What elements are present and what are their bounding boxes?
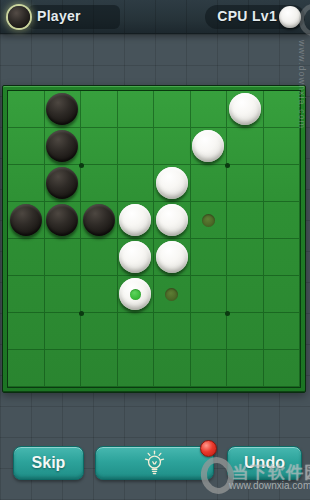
board-cell[interactable] — [264, 239, 301, 276]
white-disc — [119, 278, 151, 310]
board-cell[interactable] — [191, 202, 228, 239]
star-point — [225, 311, 230, 316]
board-cell[interactable] — [81, 276, 118, 313]
board-cell[interactable] — [264, 165, 301, 202]
star-point — [79, 163, 84, 168]
board-cell[interactable] — [8, 128, 45, 165]
board-cell[interactable] — [8, 239, 45, 276]
skip-button[interactable]: Skip — [13, 446, 84, 480]
black-disc — [46, 130, 78, 162]
board-cell[interactable] — [154, 276, 191, 313]
board-cell[interactable] — [118, 202, 155, 239]
black-disc — [10, 204, 42, 236]
player-label: Player — [37, 8, 81, 24]
board-cell[interactable] — [81, 202, 118, 239]
board-cell[interactable] — [154, 239, 191, 276]
board-cell[interactable] — [118, 128, 155, 165]
board-cell[interactable] — [118, 239, 155, 276]
black-disc — [46, 167, 78, 199]
last-move-marker — [130, 289, 141, 300]
board-cell[interactable] — [118, 350, 155, 387]
board-cell[interactable] — [81, 350, 118, 387]
white-disc — [156, 241, 188, 273]
board-cell[interactable] — [154, 313, 191, 350]
board-cell[interactable] — [227, 91, 264, 128]
board-cell[interactable] — [45, 128, 82, 165]
hint-button[interactable] — [95, 446, 214, 480]
board-cell[interactable] — [227, 202, 264, 239]
board-cell[interactable] — [81, 91, 118, 128]
board-cell[interactable] — [118, 91, 155, 128]
board-cell[interactable] — [81, 128, 118, 165]
black-disc — [46, 93, 78, 125]
board[interactable] — [2, 85, 306, 393]
white-disc — [119, 241, 151, 273]
board-cell[interactable] — [264, 128, 301, 165]
cpu-white-disc — [279, 6, 301, 28]
board-cell[interactable] — [191, 128, 228, 165]
board-cell[interactable] — [264, 350, 301, 387]
star-point — [225, 163, 230, 168]
board-cell[interactable] — [81, 239, 118, 276]
board-field — [7, 90, 301, 388]
game-screen: Player CPU Lv1 Skip U — [0, 0, 310, 500]
white-disc — [192, 130, 224, 162]
board-cell[interactable] — [81, 165, 118, 202]
board-cell[interactable] — [227, 165, 264, 202]
notification-dot — [200, 440, 217, 457]
board-cell[interactable] — [264, 276, 301, 313]
legal-move-hint[interactable] — [202, 214, 215, 227]
board-cell[interactable] — [45, 276, 82, 313]
white-disc — [156, 204, 188, 236]
board-cell[interactable] — [45, 350, 82, 387]
board-cell[interactable] — [8, 276, 45, 313]
watermark-site-url: www.downxia.com — [229, 480, 310, 491]
board-cell[interactable] — [191, 91, 228, 128]
board-cell[interactable] — [191, 350, 228, 387]
player-black-disc-turn-indicator — [8, 6, 30, 28]
board-cell[interactable] — [227, 276, 264, 313]
legal-move-hint[interactable] — [165, 288, 178, 301]
board-cell[interactable] — [154, 165, 191, 202]
board-cell[interactable] — [45, 165, 82, 202]
board-cell[interactable] — [227, 350, 264, 387]
board-cell[interactable] — [191, 165, 228, 202]
board-cell[interactable] — [118, 313, 155, 350]
board-cell[interactable] — [264, 313, 301, 350]
board-cell[interactable] — [154, 350, 191, 387]
board-cell[interactable] — [45, 202, 82, 239]
top-bar: Player CPU Lv1 — [0, 0, 310, 34]
board-cell[interactable] — [8, 313, 45, 350]
board-cell[interactable] — [227, 313, 264, 350]
board-cell[interactable] — [45, 239, 82, 276]
black-disc — [46, 204, 78, 236]
board-cell[interactable] — [227, 239, 264, 276]
lightbulb-icon — [143, 450, 166, 477]
board-cell[interactable] — [118, 165, 155, 202]
board-cell[interactable] — [154, 202, 191, 239]
black-disc — [83, 204, 115, 236]
board-cell[interactable] — [8, 202, 45, 239]
undo-button[interactable]: Undo — [227, 446, 302, 480]
cpu-label: CPU Lv1 — [212, 8, 277, 24]
board-cell[interactable] — [8, 165, 45, 202]
board-cell[interactable] — [154, 128, 191, 165]
star-point — [79, 311, 84, 316]
board-cell[interactable] — [45, 313, 82, 350]
board-cell[interactable] — [264, 91, 301, 128]
board-cell[interactable] — [45, 91, 82, 128]
white-disc — [156, 167, 188, 199]
board-cell[interactable] — [8, 350, 45, 387]
board-cell[interactable] — [191, 239, 228, 276]
board-cell[interactable] — [227, 128, 264, 165]
white-disc — [119, 204, 151, 236]
board-grid — [8, 91, 300, 387]
board-cell[interactable] — [191, 276, 228, 313]
board-cell[interactable] — [118, 276, 155, 313]
board-cell[interactable] — [8, 91, 45, 128]
board-cell[interactable] — [191, 313, 228, 350]
board-cell[interactable] — [81, 313, 118, 350]
board-cell[interactable] — [264, 202, 301, 239]
board-cell[interactable] — [154, 91, 191, 128]
white-disc — [229, 93, 261, 125]
